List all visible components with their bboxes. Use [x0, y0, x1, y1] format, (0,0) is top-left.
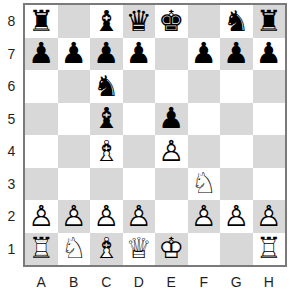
square-c5[interactable]: ♝	[90, 103, 123, 136]
white-pawn: ♟♙	[188, 200, 221, 233]
white-bishop: ♝♗	[90, 135, 123, 168]
square-b3[interactable]	[58, 168, 91, 201]
file-labels: ABCDEFGH	[25, 267, 290, 290]
square-e1[interactable]: ♚♔	[155, 233, 188, 266]
square-e5[interactable]: ♟	[155, 103, 188, 136]
square-g7[interactable]: ♟	[220, 38, 253, 71]
black-rook: ♜	[253, 5, 286, 38]
piece-glyph: ♘	[61, 234, 87, 263]
white-pawn: ♟♙	[123, 200, 156, 233]
rank-label-2: 2	[0, 200, 23, 233]
piece-glyph: ♟	[223, 39, 249, 68]
square-a5[interactable]	[25, 103, 58, 136]
black-pawn: ♟	[123, 38, 156, 71]
square-b4[interactable]	[58, 135, 91, 168]
white-pawn: ♟♙	[25, 200, 58, 233]
square-f7[interactable]: ♟	[188, 38, 221, 71]
file-label-b: B	[58, 274, 91, 290]
square-h7[interactable]: ♟	[253, 38, 286, 71]
piece-glyph: ♙	[28, 202, 54, 231]
white-rook: ♜♖	[25, 233, 58, 266]
square-a6[interactable]	[25, 70, 58, 103]
square-h6[interactable]	[253, 70, 286, 103]
square-b8[interactable]	[58, 5, 91, 38]
square-f4[interactable]	[188, 135, 221, 168]
white-king: ♚♔	[155, 233, 188, 266]
square-a4[interactable]	[25, 135, 58, 168]
piece-glyph: ♟	[93, 39, 119, 68]
piece-glyph: ♙	[191, 202, 217, 231]
file-label-g: G	[220, 274, 253, 290]
black-king: ♚	[155, 5, 188, 38]
file-label-a: A	[25, 274, 58, 290]
square-d3[interactable]	[123, 168, 156, 201]
white-pawn: ♟♙	[220, 200, 253, 233]
rank-label-1: 1	[0, 233, 23, 266]
rank-label-3: 3	[0, 168, 23, 201]
square-g5[interactable]	[220, 103, 253, 136]
black-pawn: ♟	[25, 38, 58, 71]
piece-glyph: ♟	[158, 104, 184, 133]
piece-glyph: ♙	[126, 202, 152, 231]
square-d5[interactable]	[123, 103, 156, 136]
rank-label-8: 8	[0, 5, 23, 38]
piece-glyph: ♗	[93, 137, 119, 166]
square-h5[interactable]	[253, 103, 286, 136]
piece-glyph: ♞	[93, 72, 119, 101]
square-e3[interactable]	[155, 168, 188, 201]
piece-glyph: ♙	[93, 202, 119, 231]
square-g1[interactable]	[220, 233, 253, 266]
black-pawn: ♟	[253, 38, 286, 71]
black-queen: ♛	[123, 5, 156, 38]
square-b2[interactable]: ♟♙	[58, 200, 91, 233]
piece-glyph: ♝	[93, 7, 119, 36]
rank-label-7: 7	[0, 38, 23, 71]
square-f6[interactable]	[188, 70, 221, 103]
file-label-e: E	[155, 274, 188, 290]
piece-glyph: ♝	[93, 104, 119, 133]
piece-glyph: ♙	[256, 202, 282, 231]
square-e2[interactable]	[155, 200, 188, 233]
square-c7[interactable]: ♟	[90, 38, 123, 71]
black-bishop: ♝	[90, 5, 123, 38]
square-b6[interactable]	[58, 70, 91, 103]
file-label-c: C	[90, 274, 123, 290]
piece-glyph: ♞	[223, 7, 249, 36]
piece-glyph: ♕	[126, 234, 152, 263]
square-d2[interactable]: ♟♙	[123, 200, 156, 233]
square-g6[interactable]	[220, 70, 253, 103]
piece-glyph: ♚	[158, 7, 184, 36]
square-g3[interactable]	[220, 168, 253, 201]
piece-glyph: ♘	[191, 169, 217, 198]
square-f3[interactable]: ♞♘	[188, 168, 221, 201]
square-c4[interactable]: ♝♗	[90, 135, 123, 168]
piece-glyph: ♟	[126, 39, 152, 68]
white-pawn: ♟♙	[90, 200, 123, 233]
square-c2[interactable]: ♟♙	[90, 200, 123, 233]
white-pawn: ♟♙	[58, 200, 91, 233]
white-knight: ♞♘	[188, 168, 221, 201]
square-h4[interactable]	[253, 135, 286, 168]
rank-labels: 87654321	[0, 3, 23, 267]
square-c3[interactable]	[90, 168, 123, 201]
file-label-d: D	[123, 274, 156, 290]
square-a8[interactable]: ♜	[25, 5, 58, 38]
rank-label-4: 4	[0, 135, 23, 168]
piece-glyph: ♙	[61, 202, 87, 231]
square-g8[interactable]: ♞	[220, 5, 253, 38]
square-a7[interactable]: ♟	[25, 38, 58, 71]
piece-glyph: ♗	[93, 234, 119, 263]
black-pawn: ♟	[58, 38, 91, 71]
square-c6[interactable]: ♞	[90, 70, 123, 103]
square-h2[interactable]: ♟♙	[253, 200, 286, 233]
square-b7[interactable]: ♟	[58, 38, 91, 71]
square-f2[interactable]: ♟♙	[188, 200, 221, 233]
square-f8[interactable]	[188, 5, 221, 38]
square-d7[interactable]: ♟	[123, 38, 156, 71]
file-label-f: F	[188, 274, 221, 290]
piece-glyph: ♟	[191, 39, 217, 68]
square-h1[interactable]: ♜♖	[253, 233, 286, 266]
white-pawn: ♟♙	[253, 200, 286, 233]
rank-label-6: 6	[0, 70, 23, 103]
piece-glyph: ♟	[61, 39, 87, 68]
board-area: 87654321 ♜♝♛♚♞♜♟♟♟♟♟♟♟♞♝♟♝♗♟♙♞♘♟♙♟♙♟♙♟♙♟…	[0, 0, 290, 267]
square-g4[interactable]	[220, 135, 253, 168]
square-e4[interactable]: ♟♙	[155, 135, 188, 168]
white-knight: ♞♘	[58, 233, 91, 266]
white-queen: ♛♕	[123, 233, 156, 266]
piece-glyph: ♙	[158, 137, 184, 166]
square-a2[interactable]: ♟♙	[25, 200, 58, 233]
black-rook: ♜	[25, 5, 58, 38]
rank-label-5: 5	[0, 103, 23, 136]
piece-glyph: ♟	[256, 39, 282, 68]
board: ♜♝♛♚♞♜♟♟♟♟♟♟♟♞♝♟♝♗♟♙♞♘♟♙♟♙♟♙♟♙♟♙♟♙♟♙♜♖♞♘…	[23, 3, 287, 267]
black-pawn: ♟	[220, 38, 253, 71]
piece-glyph: ♛	[126, 7, 152, 36]
black-pawn: ♟	[90, 38, 123, 71]
piece-glyph: ♜	[28, 7, 54, 36]
piece-glyph: ♖	[28, 234, 54, 263]
piece-glyph: ♙	[223, 202, 249, 231]
square-d6[interactable]	[123, 70, 156, 103]
square-b1[interactable]: ♞♘	[58, 233, 91, 266]
square-e7[interactable]	[155, 38, 188, 71]
square-e8[interactable]: ♚	[155, 5, 188, 38]
chess-diagram: 87654321 ♜♝♛♚♞♜♟♟♟♟♟♟♟♞♝♟♝♗♟♙♞♘♟♙♟♙♟♙♟♙♟…	[0, 0, 290, 300]
square-b5[interactable]	[58, 103, 91, 136]
black-pawn: ♟	[155, 103, 188, 136]
square-g2[interactable]: ♟♙	[220, 200, 253, 233]
white-bishop: ♝♗	[90, 233, 123, 266]
black-knight: ♞	[220, 5, 253, 38]
white-pawn: ♟♙	[155, 135, 188, 168]
white-rook: ♜♖	[253, 233, 286, 266]
square-c1[interactable]: ♝♗	[90, 233, 123, 266]
square-a1[interactable]: ♜♖	[25, 233, 58, 266]
piece-glyph: ♟	[28, 39, 54, 68]
square-f5[interactable]	[188, 103, 221, 136]
square-d8[interactable]: ♛	[123, 5, 156, 38]
square-a3[interactable]	[25, 168, 58, 201]
file-label-h: H	[253, 274, 286, 290]
black-knight: ♞	[90, 70, 123, 103]
square-c8[interactable]: ♝	[90, 5, 123, 38]
square-d4[interactable]	[123, 135, 156, 168]
square-d1[interactable]: ♛♕	[123, 233, 156, 266]
piece-glyph: ♖	[256, 234, 282, 263]
black-pawn: ♟	[188, 38, 221, 71]
black-bishop: ♝	[90, 103, 123, 136]
piece-glyph: ♔	[158, 234, 184, 263]
square-h3[interactable]	[253, 168, 286, 201]
square-e6[interactable]	[155, 70, 188, 103]
square-h8[interactable]: ♜	[253, 5, 286, 38]
piece-glyph: ♜	[256, 7, 282, 36]
square-f1[interactable]	[188, 233, 221, 266]
